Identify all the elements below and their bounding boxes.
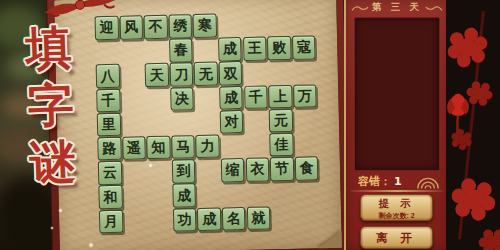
day-label: 第 三 天 [372, 1, 422, 14]
tulip-flower-icon [445, 92, 471, 148]
day-header: 第 三 天 [346, 0, 448, 15]
letter-tile[interactable]: 元 [269, 109, 293, 133]
letter-tile[interactable]: 遥 [122, 136, 146, 160]
letter-tile[interactable]: 八 [96, 64, 120, 88]
hint-remaining-count: 剩余次数: 2 [361, 211, 432, 221]
letter-tile[interactable]: 就 [246, 206, 270, 230]
letter-tile[interactable]: 上 [268, 84, 292, 108]
letter-tile[interactable]: 食 [295, 156, 319, 180]
letter-tile[interactable]: 春 [169, 38, 193, 62]
letter-tile[interactable]: 无 [194, 62, 218, 86]
letter-tile[interactable]: 绣 [168, 14, 192, 38]
flourish-left-icon [351, 4, 369, 12]
parchment-corner-fold [317, 231, 341, 249]
clue-display-box [354, 17, 440, 171]
letter-tile[interactable]: 衣 [245, 158, 269, 182]
letter-tile[interactable]: 对 [220, 110, 244, 134]
letter-tile[interactable]: 寒 [193, 14, 217, 38]
letter-tile[interactable]: 云 [98, 161, 122, 185]
title-char-3: 谜 [23, 133, 83, 192]
leave-button-label: 离 开 [376, 232, 417, 244]
letter-tile[interactable]: 里 [97, 113, 121, 137]
letter-tile[interactable]: 双 [219, 61, 243, 85]
title-char-2: 字 [21, 76, 81, 135]
letter-tile[interactable]: 路 [97, 137, 121, 161]
peony-flower-icon [487, 236, 500, 250]
crossword-board: 迎风不绣寒春成王败寇八天刀无双千决成千上万里对元路遥知马力佳云到缩衣节食和成月功… [47, 0, 349, 250]
letter-tile[interactable]: 到 [172, 159, 196, 183]
board-parchment: 迎风不绣寒春成王败寇八天刀无双千决成千上万里对元路遥知马力佳云到缩衣节食和成月功… [54, 0, 342, 250]
flourish-right-icon [425, 4, 443, 12]
hint-button-label: 提 示 [361, 197, 432, 211]
letter-tile[interactable]: 知 [146, 136, 170, 160]
title-char-1: 填 [19, 19, 79, 78]
letter-tile[interactable]: 千 [96, 88, 120, 112]
game-screen: 迎风不绣寒春成王败寇八天刀无双千决成千上万里对元路遥知马力佳云到缩衣节食和成月功… [0, 0, 500, 250]
sparkle [148, 163, 153, 168]
tolerance-label: 容错： [358, 175, 391, 188]
letter-tile[interactable]: 不 [144, 15, 168, 39]
letter-tile[interactable]: 万 [293, 84, 317, 108]
letter-tile[interactable]: 缩 [221, 158, 245, 182]
letter-tile[interactable]: 寇 [292, 36, 316, 60]
letter-tile[interactable]: 马 [171, 135, 195, 159]
letter-tile[interactable]: 和 [98, 185, 122, 209]
fan-ornament-icon [416, 176, 440, 189]
leave-button[interactable]: 离 开 [360, 226, 433, 249]
letter-tile[interactable]: 成 [172, 183, 196, 207]
letter-tile[interactable]: 成 [219, 86, 243, 110]
side-panel: 第 三 天 容错：1 提 示 剩余次数: 2 离 开 [344, 0, 448, 250]
letter-tile[interactable]: 败 [267, 36, 291, 60]
letter-tile[interactable]: 力 [196, 134, 220, 158]
sparkle [58, 208, 63, 213]
letter-tile[interactable]: 成 [218, 37, 242, 61]
letter-tile[interactable]: 刀 [169, 62, 193, 86]
title-text-vertical: 填 字 谜 [19, 19, 83, 192]
panel-divider [351, 190, 443, 192]
letter-tile[interactable]: 千 [244, 85, 268, 109]
sparkle [88, 242, 94, 248]
letter-tile[interactable]: 迎 [95, 16, 119, 40]
crossword-grid: 迎风不绣寒春成王败寇八天刀无双千决成千上万里对元路遥知马力佳云到缩衣节食和成月功… [95, 11, 321, 234]
letter-tile[interactable]: 名 [222, 206, 246, 230]
letter-tile[interactable]: 佳 [269, 133, 293, 157]
peony-flower-icon [456, 36, 480, 60]
sparkle [50, 226, 54, 230]
letter-tile[interactable]: 成 [197, 207, 221, 231]
letter-tile[interactable]: 天 [145, 63, 169, 87]
letter-tile[interactable]: 风 [119, 15, 143, 39]
hint-button[interactable]: 提 示 剩余次数: 2 [360, 194, 433, 221]
letter-tile[interactable]: 功 [173, 208, 197, 232]
letter-tile[interactable]: 决 [170, 87, 194, 111]
letter-tile[interactable]: 节 [270, 157, 294, 181]
letter-tile[interactable]: 王 [243, 37, 267, 61]
letter-tile[interactable]: 月 [99, 209, 123, 233]
tolerance-value: 1 [394, 175, 402, 188]
